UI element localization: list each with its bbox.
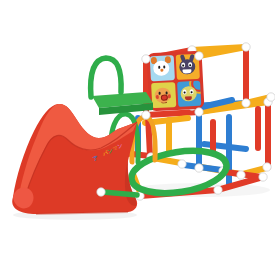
- ball-joint: [142, 111, 150, 119]
- ball-joint: [195, 108, 203, 116]
- ball-joint: [97, 188, 105, 196]
- product-photo: アンパンマン: [0, 0, 275, 275]
- front-floor-rail: [103, 192, 137, 195]
- ball-joint: [142, 55, 150, 63]
- handle-arch: [91, 58, 122, 97]
- floor-ring: [128, 145, 229, 200]
- slide-and-foreground: アンパンマン: [0, 0, 275, 275]
- ball-joint: [195, 52, 203, 60]
